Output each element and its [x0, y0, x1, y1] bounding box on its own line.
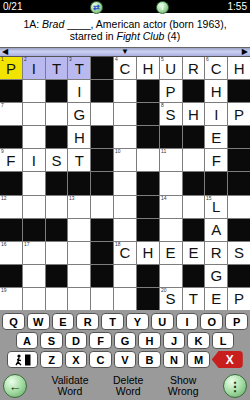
- cell-r5c6[interactable]: 10: [114, 149, 136, 171]
- cell-r10c7: [137, 265, 159, 287]
- cell-letter: H: [188, 107, 199, 122]
- cell-r2c1: [0, 80, 22, 102]
- cell-letter: P: [234, 291, 244, 306]
- cell-r11c3[interactable]: [46, 288, 68, 310]
- cell-r10c11: [228, 265, 250, 287]
- cell-r3c6[interactable]: [114, 103, 136, 125]
- menu-button[interactable]: ⋮: [223, 374, 247, 398]
- key-C[interactable]: C: [89, 351, 112, 368]
- clue-number: 15: [206, 196, 212, 201]
- cell-letter: I: [77, 84, 81, 99]
- clue-segment: 1A:: [23, 18, 42, 30]
- cell-letter: G: [210, 268, 222, 283]
- key-Y[interactable]: Y: [126, 313, 149, 330]
- clue-number: 12: [1, 196, 7, 201]
- cell-r11c5[interactable]: [91, 288, 113, 310]
- clue-number: 14: [161, 196, 167, 201]
- cell-r11c11[interactable]: P: [228, 288, 250, 310]
- key-K[interactable]: K: [187, 332, 210, 349]
- cell-r5c11: [228, 149, 250, 171]
- cell-r2c9: [183, 80, 205, 102]
- key-G[interactable]: G: [114, 332, 137, 349]
- cell-r10c1: [0, 265, 22, 287]
- cell-r8c9: [183, 219, 205, 241]
- cell-letter: H: [142, 245, 153, 260]
- cell-r10c4[interactable]: [68, 265, 90, 287]
- back-button[interactable]: ←: [3, 374, 27, 398]
- key-I[interactable]: I: [176, 313, 199, 330]
- clue-number: 18: [115, 242, 121, 247]
- cell-r11c4[interactable]: [68, 288, 90, 310]
- cell-r4c9: [183, 126, 205, 148]
- clue-number: 1: [1, 57, 4, 62]
- key-D[interactable]: D: [65, 332, 88, 349]
- cell-r4c2[interactable]: [23, 126, 45, 148]
- clue-number: 2: [24, 57, 27, 62]
- info-icon[interactable]: i: [156, 1, 169, 14]
- cell-r2c5: [91, 80, 113, 102]
- cell-r8c7: [137, 219, 159, 241]
- cell-r8c4[interactable]: [68, 219, 90, 241]
- clue-number: 13: [69, 196, 75, 201]
- show-wrong-label-2: Wrong: [168, 386, 199, 398]
- cell-r1c11[interactable]: H: [228, 57, 250, 79]
- cell-letter: T: [75, 61, 84, 76]
- clue-number: 7: [1, 103, 4, 108]
- cell-letter: S: [234, 245, 244, 260]
- cell-letter: F: [212, 153, 221, 168]
- cell-r4c5: [91, 126, 113, 148]
- action-bar: ← Validate Word Delete Word Show Wrong ⋮: [0, 370, 250, 400]
- cell-r7c2[interactable]: [23, 196, 45, 218]
- clue-area: 1A: Brad ____, American actor (born 1963…: [0, 13, 250, 47]
- cell-letter: H: [234, 61, 245, 76]
- cell-r4c7: [137, 126, 159, 148]
- row3-letter-keys: ZXCVBNM: [40, 351, 210, 368]
- cell-letter: P: [234, 107, 244, 122]
- cell-r7c5[interactable]: [91, 196, 113, 218]
- cell-r5c2[interactable]: I: [23, 149, 45, 171]
- cell-r9c2[interactable]: 17: [23, 242, 45, 264]
- cell-r1c5: [91, 57, 113, 79]
- clue-segment: Fight Club: [117, 30, 165, 42]
- cell-r3c11[interactable]: P: [228, 103, 250, 125]
- cell-r7c1[interactable]: 12: [0, 196, 22, 218]
- cell-r3c2[interactable]: [23, 103, 45, 125]
- cell-r11c2[interactable]: [23, 288, 45, 310]
- clue-segment: Brad: [42, 18, 64, 30]
- key-N[interactable]: N: [163, 351, 186, 368]
- clue-segment: (4): [164, 30, 180, 42]
- cell-r3c5[interactable]: [91, 103, 113, 125]
- status-bar: 0/21 ⇄ i 1:55: [0, 0, 250, 13]
- key-E[interactable]: E: [52, 313, 75, 330]
- cell-r2c11: [228, 80, 250, 102]
- cell-letter: T: [75, 153, 84, 168]
- cell-r1c8[interactable]: 5U: [160, 57, 182, 79]
- cell-letter: H: [74, 130, 85, 145]
- cell-r8c1: [0, 219, 22, 241]
- key-J[interactable]: J: [163, 332, 186, 349]
- clue-text: 1A: Brad ____, American actor (born 1963…: [0, 18, 250, 43]
- clue-number: 20: [161, 288, 167, 293]
- cell-letter: I: [32, 61, 36, 76]
- cell-r11c7: [137, 288, 159, 310]
- cell-r5c4[interactable]: T: [68, 149, 90, 171]
- cell-letter: I: [214, 107, 218, 122]
- cell-letter: P: [6, 61, 16, 76]
- cell-r10c6[interactable]: [114, 265, 136, 287]
- cell-r10c9: [183, 265, 205, 287]
- clue-number: 17: [24, 242, 30, 247]
- keyboard-row-2: ASDFGHJKL: [2, 332, 248, 349]
- cell-letter: C: [211, 61, 222, 76]
- cell-r6c8[interactable]: [160, 172, 182, 194]
- clue-dropdown-icon[interactable]: ▼: [121, 48, 129, 56]
- cell-r1c9[interactable]: R: [183, 57, 205, 79]
- cell-letter: C: [120, 61, 131, 76]
- backspace-x-glyph: X: [226, 353, 234, 367]
- clue-nav-strip: ◀ ▼ ▶: [0, 47, 250, 57]
- cell-r2c2[interactable]: [23, 80, 45, 102]
- delete-word-button[interactable]: Delete Word: [113, 375, 143, 398]
- cell-r9c3[interactable]: [46, 242, 68, 264]
- cell-letter: H: [142, 61, 153, 76]
- clue-number: 9: [1, 149, 4, 154]
- cell-r2c10[interactable]: H: [205, 80, 227, 102]
- cell-letter: R: [188, 61, 199, 76]
- key-V[interactable]: V: [114, 351, 137, 368]
- menu-dots-icon: ⋮: [228, 380, 241, 393]
- cell-r2c7: [137, 80, 159, 102]
- cell-r9c11[interactable]: S: [228, 242, 250, 264]
- cell-letter: F: [6, 153, 15, 168]
- cell-letter: R: [211, 245, 222, 260]
- key-M[interactable]: M: [187, 351, 210, 368]
- cell-r9c9[interactable]: E: [183, 242, 205, 264]
- cell-r7c3[interactable]: [46, 196, 68, 218]
- cell-r6c11: [228, 172, 250, 194]
- cell-r4c8: [160, 126, 182, 148]
- key-X[interactable]: X: [65, 351, 88, 368]
- cell-r4c4[interactable]: H: [68, 126, 90, 148]
- cell-letter: S: [166, 107, 176, 122]
- key-Q[interactable]: Q: [2, 313, 25, 330]
- cell-r6c1: [0, 172, 22, 194]
- cell-r8c3: [46, 219, 68, 241]
- cell-r8c6[interactable]: [114, 219, 136, 241]
- cell-letter: L: [212, 199, 220, 214]
- cell-r11c10[interactable]: E: [205, 288, 227, 310]
- cell-r11c8[interactable]: 20S: [160, 288, 182, 310]
- cell-r9c5: [91, 242, 113, 264]
- cell-r4c10[interactable]: E: [205, 126, 227, 148]
- backspace-key[interactable]: X: [212, 351, 243, 368]
- cell-r6c10: [205, 172, 227, 194]
- cell-letter: H: [211, 84, 222, 99]
- cell-r11c1[interactable]: 19: [0, 288, 22, 310]
- cell-r5c8[interactable]: 11: [160, 149, 182, 171]
- cell-r9c10[interactable]: R: [205, 242, 227, 264]
- timer: 1:55: [228, 0, 247, 13]
- cell-r3c8[interactable]: 8S: [160, 103, 182, 125]
- cell-r5c3[interactable]: S: [46, 149, 68, 171]
- cell-r9c7[interactable]: H: [137, 242, 159, 264]
- key-U[interactable]: U: [151, 313, 174, 330]
- cell-r6c7: [137, 172, 159, 194]
- validate-word-button[interactable]: Validate Word: [51, 375, 88, 398]
- cell-r4c6[interactable]: [114, 126, 136, 148]
- cell-r5c5: [91, 149, 113, 171]
- cell-r5c10[interactable]: F: [205, 149, 227, 171]
- cell-r3c3[interactable]: [46, 103, 68, 125]
- progress-counter: 0/21: [3, 0, 22, 13]
- show-wrong-button[interactable]: Show Wrong: [168, 375, 199, 398]
- cell-r6c2[interactable]: [23, 172, 45, 194]
- cell-r6c9: [183, 172, 205, 194]
- key-P[interactable]: P: [225, 313, 248, 330]
- cell-r9c4[interactable]: [68, 242, 90, 264]
- cell-r5c7[interactable]: [137, 149, 159, 171]
- key-W[interactable]: W: [27, 313, 50, 330]
- crossword-grid: 1P2IT3T4CH5UR6CHIPH7G8SHIPHE9FIST1011F12…: [0, 57, 250, 310]
- cell-r2c3: [46, 80, 68, 102]
- cell-r6c4: [68, 172, 90, 194]
- clue-number: 4: [115, 57, 118, 62]
- cell-letter: S: [166, 291, 176, 306]
- cell-r9c8[interactable]: E: [160, 242, 182, 264]
- cell-r3c4[interactable]: G: [68, 103, 90, 125]
- keyboard-row-3: ZXCVBNM X: [2, 351, 248, 368]
- clue-number: 19: [1, 288, 7, 293]
- cell-r3c1[interactable]: 7: [0, 103, 22, 125]
- cell-r9c6[interactable]: 18C: [114, 242, 136, 264]
- back-arrow-icon: ←: [9, 380, 22, 393]
- cell-r3c7: [137, 103, 159, 125]
- keyboard: QWERTYUIOP ASDFGHJKL ZXCVBNM X ← Validat…: [0, 310, 250, 400]
- cell-letter: E: [211, 291, 221, 306]
- cell-r2c8[interactable]: P: [160, 80, 182, 102]
- clue-number: 3: [69, 57, 72, 62]
- cell-r10c3: [46, 265, 68, 287]
- cell-letter: E: [188, 245, 198, 260]
- cell-r10c2[interactable]: [23, 265, 45, 287]
- cell-letter: U: [165, 61, 176, 76]
- cell-r8c11: [228, 219, 250, 241]
- cell-r10c8[interactable]: [160, 265, 182, 287]
- cell-letter: G: [74, 107, 86, 122]
- cell-r1c10[interactable]: 6C: [205, 57, 227, 79]
- cell-r7c8[interactable]: 14: [160, 196, 182, 218]
- cell-r5c1[interactable]: 9F: [0, 149, 22, 171]
- clue-number: 16: [1, 242, 7, 247]
- cell-r10c5: [91, 265, 113, 287]
- cell-r1c4[interactable]: 3T: [68, 57, 90, 79]
- cell-r3c10[interactable]: I: [205, 103, 227, 125]
- cell-letter: T: [189, 291, 198, 306]
- key-A[interactable]: A: [16, 332, 39, 349]
- cell-r4c1: [0, 126, 22, 148]
- key-S[interactable]: S: [40, 332, 63, 349]
- validate-word-label-2: Word: [51, 386, 88, 398]
- crossword-app: 0/21 ⇄ i 1:55 1A: Brad ____, American ac…: [0, 0, 250, 400]
- cell-r2c4[interactable]: I: [68, 80, 90, 102]
- exit-walker-icon: [14, 354, 32, 366]
- cell-letter: E: [166, 245, 176, 260]
- key-L[interactable]: L: [212, 332, 235, 349]
- clue-number: 10: [115, 149, 121, 154]
- clue-number: 11: [161, 149, 166, 154]
- cell-letter: E: [211, 130, 221, 145]
- cell-r5c9[interactable]: [183, 149, 205, 171]
- cell-r7c11[interactable]: [228, 196, 250, 218]
- key-F[interactable]: F: [89, 332, 112, 349]
- cell-r7c10[interactable]: 15L: [205, 196, 227, 218]
- cell-letter: A: [211, 222, 221, 237]
- cell-letter: I: [32, 153, 36, 168]
- cell-r6c5: [91, 172, 113, 194]
- key-H[interactable]: H: [138, 332, 161, 349]
- cell-r7c7: [137, 196, 159, 218]
- prev-clue-arrow-icon[interactable]: ◀: [2, 48, 8, 56]
- cell-letter: P: [166, 84, 176, 99]
- cell-r2c6[interactable]: [114, 80, 136, 102]
- cell-r1c2[interactable]: 2I: [23, 57, 45, 79]
- cell-r3c9[interactable]: H: [183, 103, 205, 125]
- cell-r1c6[interactable]: 4C: [114, 57, 136, 79]
- cell-r8c8[interactable]: [160, 219, 182, 241]
- sync-icon[interactable]: ⇄: [90, 1, 103, 14]
- cell-r11c9[interactable]: T: [183, 288, 205, 310]
- cell-letter: C: [120, 245, 131, 260]
- key-B[interactable]: B: [138, 351, 161, 368]
- cell-r8c5: [91, 219, 113, 241]
- cell-r7c4[interactable]: 13: [68, 196, 90, 218]
- selected-cell[interactable]: 1P: [0, 57, 22, 79]
- cell-r1c3[interactable]: T: [46, 57, 68, 79]
- cell-r4c3: [46, 126, 68, 148]
- cell-r8c10[interactable]: A: [205, 219, 227, 241]
- cell-r9c1[interactable]: 16: [0, 242, 22, 264]
- cell-r6c6[interactable]: [114, 172, 136, 194]
- cell-letter: S: [52, 153, 62, 168]
- clue-number: 6: [206, 57, 209, 62]
- next-clue-arrow-icon[interactable]: ▶: [242, 48, 248, 56]
- clue-number: 5: [161, 57, 164, 62]
- key-O[interactable]: O: [200, 313, 223, 330]
- cell-r7c9[interactable]: [183, 196, 205, 218]
- key-T[interactable]: T: [101, 313, 124, 330]
- cell-r11c6[interactable]: [114, 288, 136, 310]
- cell-r6c3: [46, 172, 68, 194]
- key-Z[interactable]: Z: [40, 351, 63, 368]
- cell-r4c11: [228, 126, 250, 148]
- clue-number: 8: [161, 103, 164, 108]
- cell-letter: T: [52, 61, 61, 76]
- cell-r8c2: [23, 219, 45, 241]
- cell-r1c7[interactable]: H: [137, 57, 159, 79]
- cell-r10c10[interactable]: G: [205, 265, 227, 287]
- key-R[interactable]: R: [76, 313, 99, 330]
- hide-keyboard-key[interactable]: [7, 351, 38, 368]
- keyboard-row-1: QWERTYUIOP: [2, 313, 248, 330]
- cell-r7c6[interactable]: [114, 196, 136, 218]
- delete-word-label-2: Word: [113, 386, 143, 398]
